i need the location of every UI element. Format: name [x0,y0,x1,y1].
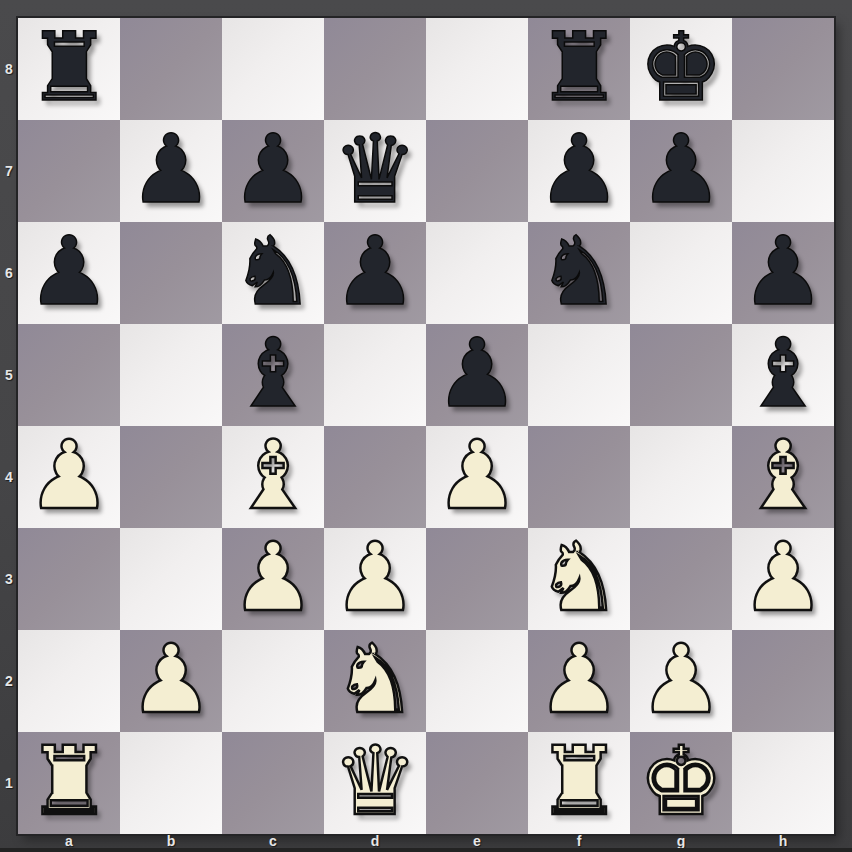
square-h6[interactable]: ♟ [732,222,834,324]
square-d4[interactable] [324,426,426,528]
square-c8[interactable] [222,18,324,120]
rank-label-1: 1 [0,732,18,834]
square-f4[interactable] [528,426,630,528]
square-b4[interactable] [120,426,222,528]
square-a3[interactable] [18,528,120,630]
square-h4[interactable]: ♝ [732,426,834,528]
square-g7[interactable]: ♟ [630,120,732,222]
square-c1[interactable] [222,732,324,834]
square-f7[interactable]: ♟ [528,120,630,222]
square-g3[interactable] [630,528,732,630]
black-bishop-h5[interactable]: ♝ [740,322,825,424]
file-label-e: e [426,832,528,850]
white-pawn-g2[interactable]: ♟ [638,628,723,730]
file-label-a: a [18,832,120,850]
white-rook-a1[interactable]: ♜ [26,730,111,832]
file-label-b: b [120,832,222,850]
square-g4[interactable] [630,426,732,528]
black-pawn-f7[interactable]: ♟ [536,118,621,220]
square-f1[interactable]: ♜ [528,732,630,834]
square-b3[interactable] [120,528,222,630]
square-e8[interactable] [426,18,528,120]
square-h8[interactable] [732,18,834,120]
square-a1[interactable]: ♜ [18,732,120,834]
square-g1[interactable]: ♚ [630,732,732,834]
black-king-g8[interactable]: ♚ [638,16,723,118]
square-h1[interactable] [732,732,834,834]
file-label-f: f [528,832,630,850]
square-b8[interactable] [120,18,222,120]
white-pawn-a4[interactable]: ♟ [26,424,111,526]
square-e5[interactable]: ♟ [426,324,528,426]
square-b6[interactable] [120,222,222,324]
square-h2[interactable] [732,630,834,732]
white-pawn-c3[interactable]: ♟ [230,526,315,628]
white-knight-d2[interactable]: ♞ [332,628,417,730]
white-knight-f3[interactable]: ♞ [536,526,621,628]
chess-board-frame: 87654321 ♜♜♚♟♟♛♟♟♟♞♟♞♟♝♟♝♟♝♟♝♟♟♞♟♟♞♟♟♜♛♜… [0,0,852,852]
square-g5[interactable] [630,324,732,426]
black-rook-a8[interactable]: ♜ [26,16,111,118]
square-d7[interactable]: ♛ [324,120,426,222]
white-pawn-h3[interactable]: ♟ [740,526,825,628]
square-f5[interactable] [528,324,630,426]
square-h7[interactable] [732,120,834,222]
file-label-h: h [732,832,834,850]
black-pawn-b7[interactable]: ♟ [128,118,213,220]
square-f6[interactable]: ♞ [528,222,630,324]
file-labels: abcdefgh [18,832,834,850]
square-h5[interactable]: ♝ [732,324,834,426]
square-c3[interactable]: ♟ [222,528,324,630]
square-c5[interactable]: ♝ [222,324,324,426]
file-label-d: d [324,832,426,850]
square-c6[interactable]: ♞ [222,222,324,324]
square-a6[interactable]: ♟ [18,222,120,324]
file-label-g: g [630,832,732,850]
rank-label-5: 5 [0,324,18,426]
square-f3[interactable]: ♞ [528,528,630,630]
black-pawn-h6[interactable]: ♟ [740,220,825,322]
white-pawn-f2[interactable]: ♟ [536,628,621,730]
white-pawn-b2[interactable]: ♟ [128,628,213,730]
square-e1[interactable] [426,732,528,834]
square-b1[interactable] [120,732,222,834]
white-king-g1[interactable]: ♚ [638,730,723,832]
square-d8[interactable] [324,18,426,120]
black-pawn-g7[interactable]: ♟ [638,118,723,220]
square-d5[interactable] [324,324,426,426]
square-g2[interactable]: ♟ [630,630,732,732]
black-rook-f8[interactable]: ♜ [536,16,621,118]
white-rook-f1[interactable]: ♜ [536,730,621,832]
square-a4[interactable]: ♟ [18,426,120,528]
white-bishop-h4[interactable]: ♝ [740,424,825,526]
square-b7[interactable]: ♟ [120,120,222,222]
square-e6[interactable] [426,222,528,324]
chess-board[interactable]: ♜♜♚♟♟♛♟♟♟♞♟♞♟♝♟♝♟♝♟♝♟♟♞♟♟♞♟♟♜♛♜♚ [18,18,834,834]
square-g8[interactable]: ♚ [630,18,732,120]
black-knight-c6[interactable]: ♞ [230,220,315,322]
rank-label-7: 7 [0,120,18,222]
white-pawn-e4[interactable]: ♟ [434,424,519,526]
square-d1[interactable]: ♛ [324,732,426,834]
square-h3[interactable]: ♟ [732,528,834,630]
white-bishop-c4[interactable]: ♝ [230,424,315,526]
square-d6[interactable]: ♟ [324,222,426,324]
file-label-c: c [222,832,324,850]
square-f8[interactable]: ♜ [528,18,630,120]
rank-label-3: 3 [0,528,18,630]
white-queen-d1[interactable]: ♛ [332,730,417,832]
square-f2[interactable]: ♟ [528,630,630,732]
square-c4[interactable]: ♝ [222,426,324,528]
square-b2[interactable]: ♟ [120,630,222,732]
black-pawn-c7[interactable]: ♟ [230,118,315,220]
black-pawn-a6[interactable]: ♟ [26,220,111,322]
square-a2[interactable] [18,630,120,732]
rank-label-2: 2 [0,630,18,732]
square-e7[interactable] [426,120,528,222]
square-a8[interactable]: ♜ [18,18,120,120]
black-knight-f6[interactable]: ♞ [536,220,621,322]
white-pawn-d3[interactable]: ♟ [332,526,417,628]
black-pawn-d6[interactable]: ♟ [332,220,417,322]
black-bishop-c5[interactable]: ♝ [230,322,315,424]
rank-label-4: 4 [0,426,18,528]
square-e4[interactable]: ♟ [426,426,528,528]
square-e3[interactable] [426,528,528,630]
square-d3[interactable]: ♟ [324,528,426,630]
square-b5[interactable] [120,324,222,426]
square-e2[interactable] [426,630,528,732]
square-c2[interactable] [222,630,324,732]
square-g6[interactable] [630,222,732,324]
rank-labels: 87654321 [0,18,18,834]
rank-label-8: 8 [0,18,18,120]
square-a5[interactable] [18,324,120,426]
black-queen-d7[interactable]: ♛ [332,118,417,220]
rank-label-6: 6 [0,222,18,324]
black-pawn-e5[interactable]: ♟ [434,322,519,424]
square-a7[interactable] [18,120,120,222]
square-c7[interactable]: ♟ [222,120,324,222]
square-d2[interactable]: ♞ [324,630,426,732]
